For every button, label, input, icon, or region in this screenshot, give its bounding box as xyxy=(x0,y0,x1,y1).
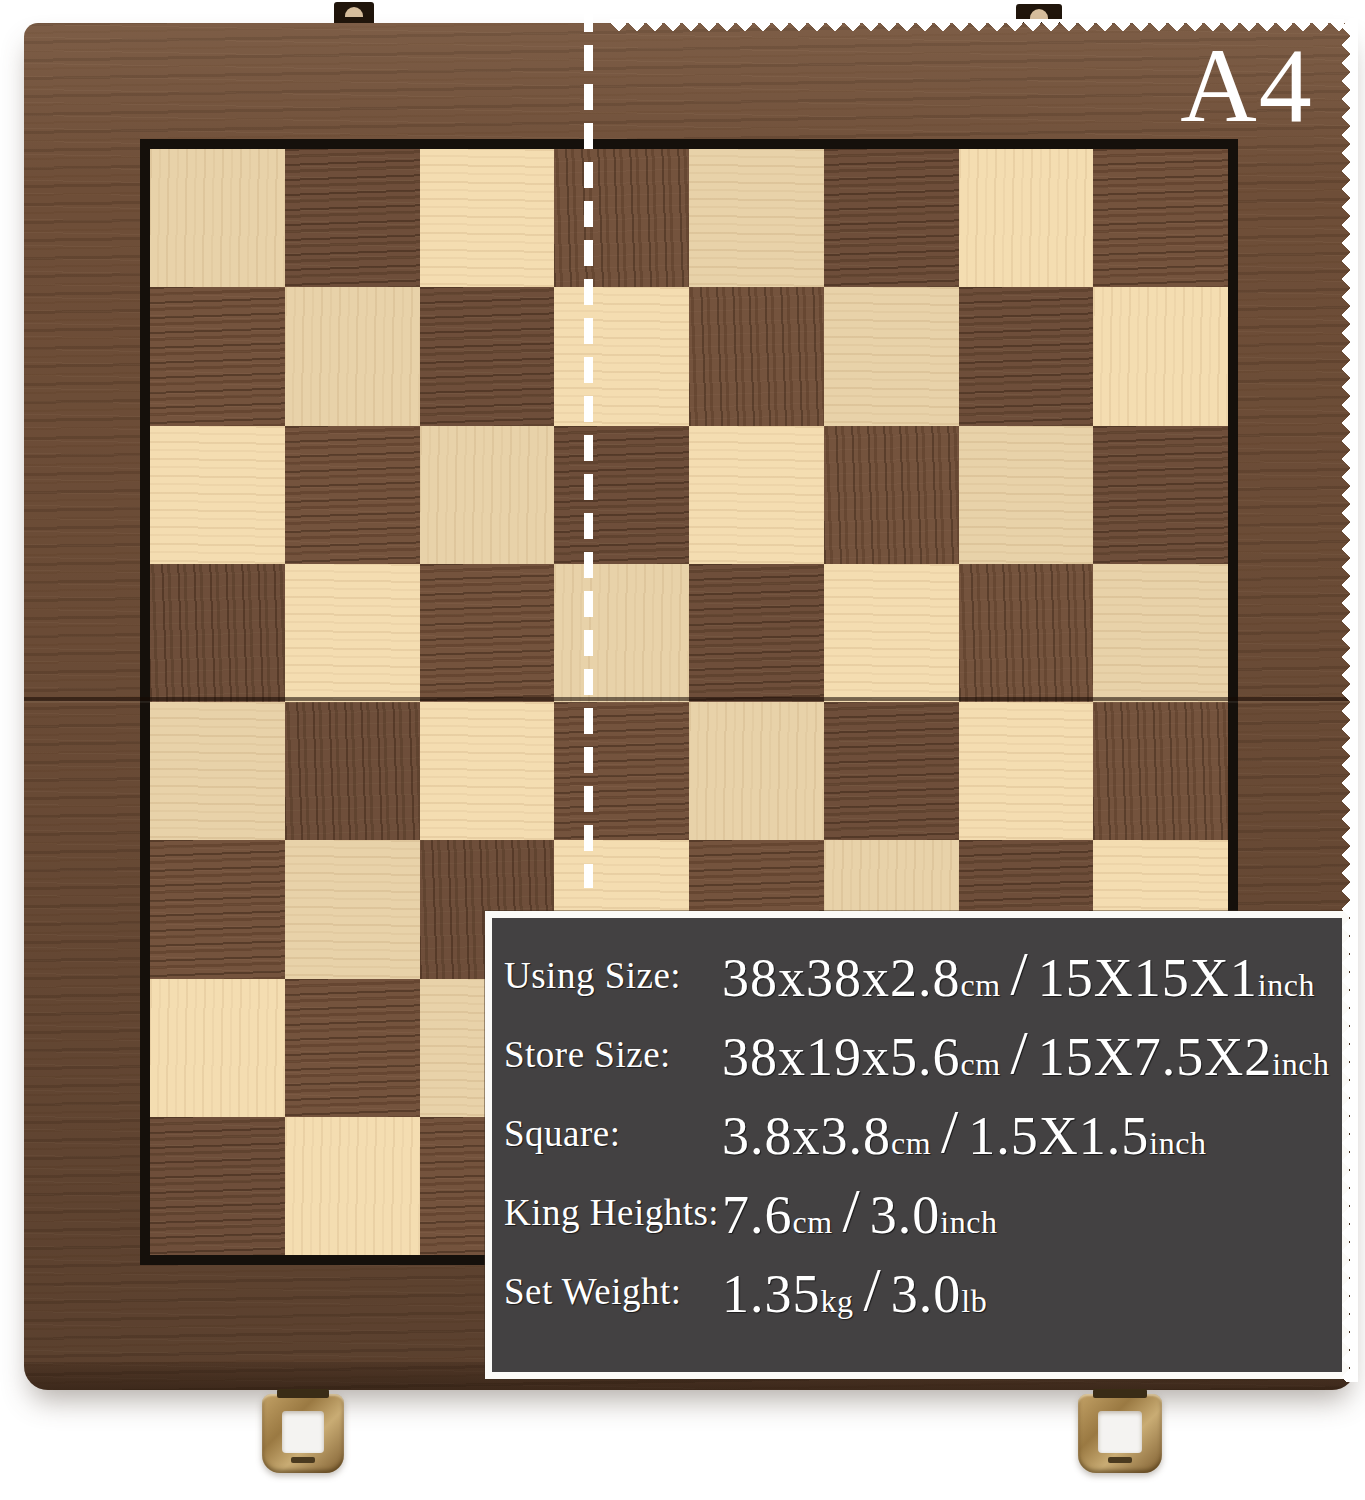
square-h6 xyxy=(1093,426,1228,564)
spec-row-set-weight: Set Weight: 1.35kg/3.0lb xyxy=(504,1252,1332,1331)
spec-label: King Heights: xyxy=(504,1191,722,1234)
square-a2 xyxy=(150,979,285,1117)
square-h4 xyxy=(1093,702,1228,840)
serrated-edge-right xyxy=(1341,18,1358,1382)
square-b7 xyxy=(285,287,420,425)
square-d6 xyxy=(554,426,689,564)
spec-label: Set Weight: xyxy=(504,1270,722,1313)
fold-seam xyxy=(24,697,1356,701)
square-a5 xyxy=(150,564,285,702)
latch-opening xyxy=(282,1411,324,1453)
square-f8 xyxy=(824,149,959,287)
latch-pin xyxy=(291,1457,315,1463)
square-h8 xyxy=(1093,149,1228,287)
serrated-edge-top xyxy=(610,19,1344,31)
square-a4 xyxy=(150,702,285,840)
product-photo: A4 Using Size: 38x38x2.8cm/15X15X1inch S… xyxy=(0,0,1365,1500)
square-a8 xyxy=(150,149,285,287)
square-g6 xyxy=(959,426,1094,564)
square-e7 xyxy=(689,287,824,425)
spec-value: 38x19x5.6cm/15X7.5X2inch xyxy=(722,1019,1329,1090)
spec-value: 38x38x2.8cm/15X15X1inch xyxy=(722,940,1315,1011)
square-e5 xyxy=(689,564,824,702)
latch-opening xyxy=(1098,1411,1142,1453)
latch-left xyxy=(262,1389,344,1473)
square-c5 xyxy=(420,564,555,702)
spec-row-square: Square: 3.8x3.8cm/1.5X1.5inch xyxy=(504,1094,1332,1173)
fold-dashed-line xyxy=(584,6,593,888)
square-d5 xyxy=(554,564,689,702)
square-d8 xyxy=(554,149,689,287)
spec-row-using-size: Using Size: 38x38x2.8cm/15X15X1inch xyxy=(504,936,1332,1015)
square-b2 xyxy=(285,979,420,1117)
latch-slot xyxy=(1093,1389,1147,1398)
spec-value: 1.35kg/3.0lb xyxy=(722,1256,987,1327)
square-g4 xyxy=(959,702,1094,840)
square-a3 xyxy=(150,840,285,978)
square-d7 xyxy=(554,287,689,425)
square-b1 xyxy=(285,1117,420,1255)
square-f5 xyxy=(824,564,959,702)
square-b8 xyxy=(285,149,420,287)
spec-value: 7.6cm/3.0inch xyxy=(722,1177,997,1248)
square-b5 xyxy=(285,564,420,702)
square-c6 xyxy=(420,426,555,564)
square-a7 xyxy=(150,287,285,425)
hinge-knuckle-icon xyxy=(345,7,363,17)
hinge-knuckle-icon xyxy=(1030,9,1048,19)
square-d4 xyxy=(554,702,689,840)
square-b6 xyxy=(285,426,420,564)
spec-row-store-size: Store Size: 38x19x5.6cm/15X7.5X2inch xyxy=(504,1015,1332,1094)
square-c8 xyxy=(420,149,555,287)
square-c7 xyxy=(420,287,555,425)
square-e6 xyxy=(689,426,824,564)
square-g8 xyxy=(959,149,1094,287)
spec-row-king-heights: King Heights: 7.6cm/3.0inch xyxy=(504,1173,1332,1252)
square-h7 xyxy=(1093,287,1228,425)
square-f4 xyxy=(824,702,959,840)
square-e4 xyxy=(689,702,824,840)
square-b4 xyxy=(285,702,420,840)
square-g5 xyxy=(959,564,1094,702)
spec-label: Store Size: xyxy=(504,1033,722,1076)
spec-label: Using Size: xyxy=(504,954,722,997)
a4-size-label: A4 xyxy=(1152,28,1342,145)
spec-label: Square: xyxy=(504,1112,722,1155)
specs-panel: Using Size: 38x38x2.8cm/15X15X1inch Stor… xyxy=(485,911,1349,1379)
latch-right xyxy=(1078,1389,1162,1473)
square-h5 xyxy=(1093,564,1228,702)
latch-pin xyxy=(1108,1457,1132,1463)
spec-value: 3.8x3.8cm/1.5X1.5inch xyxy=(722,1098,1206,1169)
square-a1 xyxy=(150,1117,285,1255)
square-a6 xyxy=(150,426,285,564)
square-f7 xyxy=(824,287,959,425)
square-f6 xyxy=(824,426,959,564)
square-g7 xyxy=(959,287,1094,425)
latch-slot xyxy=(277,1389,330,1398)
square-b3 xyxy=(285,840,420,978)
square-e8 xyxy=(689,149,824,287)
square-c4 xyxy=(420,702,555,840)
